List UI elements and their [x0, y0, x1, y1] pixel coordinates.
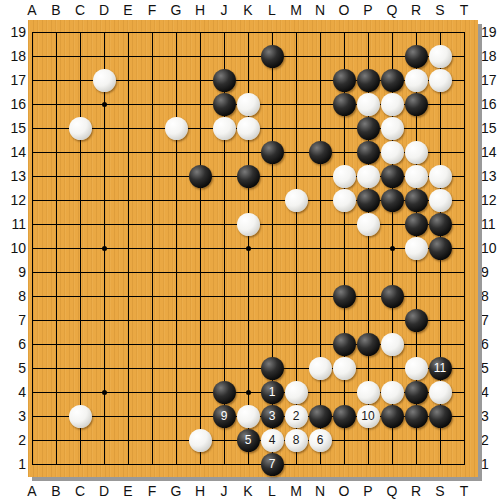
black-stone-R16[interactable] — [405, 93, 428, 116]
coordinate-label: R — [404, 482, 428, 500]
white-stone-R17[interactable] — [405, 69, 428, 92]
white-stone-M3[interactable]: 2 — [285, 405, 308, 428]
black-stone-O17[interactable] — [333, 69, 356, 92]
coordinate-label: N — [308, 482, 332, 500]
black-stone-O3[interactable] — [333, 405, 356, 428]
coordinate-label: J — [212, 482, 236, 500]
black-stone-Q12[interactable] — [381, 189, 404, 212]
white-stone-R5[interactable] — [405, 357, 428, 380]
coordinate-label: K — [236, 482, 260, 500]
white-stone-Q4[interactable] — [381, 381, 404, 404]
white-stone-H2[interactable] — [189, 429, 212, 452]
black-stone-P12[interactable] — [357, 189, 380, 212]
coordinate-label: D — [92, 482, 116, 500]
coordinate-label: O — [332, 482, 356, 500]
black-stone-Q17[interactable] — [381, 69, 404, 92]
coordinate-label: M — [284, 1, 308, 19]
move-number-label: 3 — [269, 410, 276, 422]
black-stone-S11[interactable] — [429, 213, 452, 236]
coordinate-label: E — [116, 482, 140, 500]
coordinate-label: 7 — [481, 311, 500, 329]
black-stone-N3[interactable] — [309, 405, 332, 428]
move-number-label: 6 — [317, 434, 324, 446]
black-stone-J16[interactable] — [213, 93, 236, 116]
coordinate-label: G — [164, 482, 188, 500]
black-stone-L18[interactable] — [261, 45, 284, 68]
coordinate-label: 6 — [481, 335, 500, 353]
black-stone-R12[interactable] — [405, 189, 428, 212]
white-stone-M2[interactable]: 8 — [285, 429, 308, 452]
black-stone-S5[interactable]: 11 — [429, 357, 452, 380]
coordinate-label: P — [356, 1, 380, 19]
white-stone-C3[interactable] — [69, 405, 92, 428]
coordinate-label: M — [284, 482, 308, 500]
black-stone-P14[interactable] — [357, 141, 380, 164]
white-stone-R13[interactable] — [405, 165, 428, 188]
coordinate-label: B — [44, 482, 68, 500]
coordinate-label: S — [428, 482, 452, 500]
goban-grid[interactable]: 1119321054867 — [20, 20, 476, 476]
black-stone-P17[interactable] — [357, 69, 380, 92]
black-stone-P6[interactable] — [357, 333, 380, 356]
move-number-label: 11 — [434, 362, 446, 374]
black-stone-Q3[interactable] — [381, 405, 404, 428]
white-stone-P11[interactable] — [357, 213, 380, 236]
coordinate-label: H — [188, 1, 212, 19]
black-stone-L3[interactable]: 3 — [261, 405, 284, 428]
white-stone-P16[interactable] — [357, 93, 380, 116]
coordinate-label: 18 — [481, 47, 500, 65]
white-stone-C15[interactable] — [69, 117, 92, 140]
black-stone-H13[interactable] — [189, 165, 212, 188]
coordinate-label: R — [404, 1, 428, 19]
black-stone-R4[interactable] — [405, 381, 428, 404]
coordinate-label: 17 — [481, 71, 500, 89]
move-number-label: 1 — [269, 386, 276, 398]
coordinate-label: C — [68, 482, 92, 500]
white-stone-G15[interactable] — [165, 117, 188, 140]
black-stone-O16[interactable] — [333, 93, 356, 116]
white-stone-N2[interactable]: 6 — [309, 429, 332, 452]
coordinate-label: Q — [380, 1, 404, 19]
white-stone-S4[interactable] — [429, 381, 452, 404]
coordinate-label: 13 — [481, 167, 500, 185]
black-stone-L5[interactable] — [261, 357, 284, 380]
coordinate-label: E — [116, 1, 140, 19]
black-stone-R18[interactable] — [405, 45, 428, 68]
white-stone-Q16[interactable] — [381, 93, 404, 116]
coordinate-label: L — [260, 1, 284, 19]
white-stone-P13[interactable] — [357, 165, 380, 188]
coordinate-label: 12 — [481, 191, 500, 209]
coordinate-label: Q — [380, 482, 404, 500]
white-stone-D17[interactable] — [93, 69, 116, 92]
coordinate-label: J — [212, 1, 236, 19]
coordinate-label: S — [428, 1, 452, 19]
coordinate-label: C — [68, 1, 92, 19]
black-stone-R7[interactable] — [405, 309, 428, 332]
coordinate-label: 3 — [481, 407, 500, 425]
white-stone-R10[interactable] — [405, 237, 428, 260]
coordinate-label: 2 — [481, 431, 500, 449]
coordinate-label: T — [452, 482, 476, 500]
white-stone-N5[interactable] — [309, 357, 332, 380]
coordinate-label: P — [356, 482, 380, 500]
white-stone-Q6[interactable] — [381, 333, 404, 356]
white-stone-Q14[interactable] — [381, 141, 404, 164]
black-stone-K2[interactable]: 5 — [237, 429, 260, 452]
white-stone-S12[interactable] — [429, 189, 452, 212]
black-stone-S3[interactable] — [429, 405, 452, 428]
black-stone-N14[interactable] — [309, 141, 332, 164]
black-stone-Q13[interactable] — [381, 165, 404, 188]
coordinate-label: F — [140, 1, 164, 19]
coordinate-label: K — [236, 1, 260, 19]
white-stone-O13[interactable] — [333, 165, 356, 188]
white-stone-K3[interactable] — [237, 405, 260, 428]
white-stone-R14[interactable] — [405, 141, 428, 164]
black-stone-S10[interactable] — [429, 237, 452, 260]
coordinate-label: 4 — [481, 383, 500, 401]
coordinate-label: 9 — [481, 263, 500, 281]
black-stone-J3[interactable]: 9 — [213, 405, 236, 428]
coordinate-label: A — [20, 1, 44, 19]
black-stone-P15[interactable] — [357, 117, 380, 140]
coordinate-label: G — [164, 1, 188, 19]
coordinate-label: 14 — [481, 143, 500, 161]
black-stone-L14[interactable] — [261, 141, 284, 164]
coordinate-label: T — [452, 1, 476, 19]
coordinate-label: 16 — [481, 95, 500, 113]
black-stone-R3[interactable] — [405, 405, 428, 428]
white-stone-K16[interactable] — [237, 93, 260, 116]
coordinate-label: 8 — [481, 287, 500, 305]
black-stone-L4[interactable]: 1 — [261, 381, 284, 404]
coordinate-label: 15 — [481, 119, 500, 137]
black-stone-Q8[interactable] — [381, 285, 404, 308]
coordinate-label: 10 — [481, 239, 500, 257]
go-app-stage: ABCDEFGHJKLMNOPQRST ABCDEFGHJKLMNOPQRST … — [0, 0, 500, 500]
white-stone-J15[interactable] — [213, 117, 236, 140]
black-stone-J17[interactable] — [213, 69, 236, 92]
white-stone-O12[interactable] — [333, 189, 356, 212]
coordinate-label: L — [260, 482, 284, 500]
move-number-label: 4 — [269, 434, 276, 446]
white-stone-L2[interactable]: 4 — [261, 429, 284, 452]
move-number-label: 10 — [361, 410, 374, 422]
white-stone-P3[interactable]: 10 — [357, 405, 380, 428]
white-stone-S18[interactable] — [429, 45, 452, 68]
white-stone-M4[interactable] — [285, 381, 308, 404]
black-stone-O8[interactable] — [333, 285, 356, 308]
move-number-label: 2 — [293, 410, 300, 422]
coordinate-label: H — [188, 482, 212, 500]
white-stone-S13[interactable] — [429, 165, 452, 188]
move-number-label: 8 — [293, 434, 300, 446]
white-stone-K11[interactable] — [237, 213, 260, 236]
coordinate-label: 11 — [481, 215, 500, 233]
coordinate-label: 5 — [481, 359, 500, 377]
coordinate-label: O — [332, 1, 356, 19]
coordinate-label: F — [140, 482, 164, 500]
white-stone-M12[interactable] — [285, 189, 308, 212]
move-number-label: 7 — [269, 458, 276, 470]
white-stone-Q15[interactable] — [381, 117, 404, 140]
white-stone-K15[interactable] — [237, 117, 260, 140]
black-stone-O6[interactable] — [333, 333, 356, 356]
go-board: 1119321054867 — [28, 20, 478, 477]
coordinate-label: D — [92, 1, 116, 19]
black-stone-R11[interactable] — [405, 213, 428, 236]
white-stone-S17[interactable] — [429, 69, 452, 92]
coordinate-label: 19 — [481, 23, 500, 41]
black-stone-K13[interactable] — [237, 165, 260, 188]
white-stone-P4[interactable] — [357, 381, 380, 404]
move-number-label: 5 — [245, 434, 252, 446]
coordinate-label: N — [308, 1, 332, 19]
black-stone-L1[interactable]: 7 — [261, 453, 284, 476]
black-stone-J4[interactable] — [213, 381, 236, 404]
white-stone-O5[interactable] — [333, 357, 356, 380]
coordinate-label: 1 — [481, 455, 500, 473]
coordinate-label: B — [44, 1, 68, 19]
move-number-label: 9 — [221, 410, 228, 422]
coordinate-label: A — [20, 482, 44, 500]
